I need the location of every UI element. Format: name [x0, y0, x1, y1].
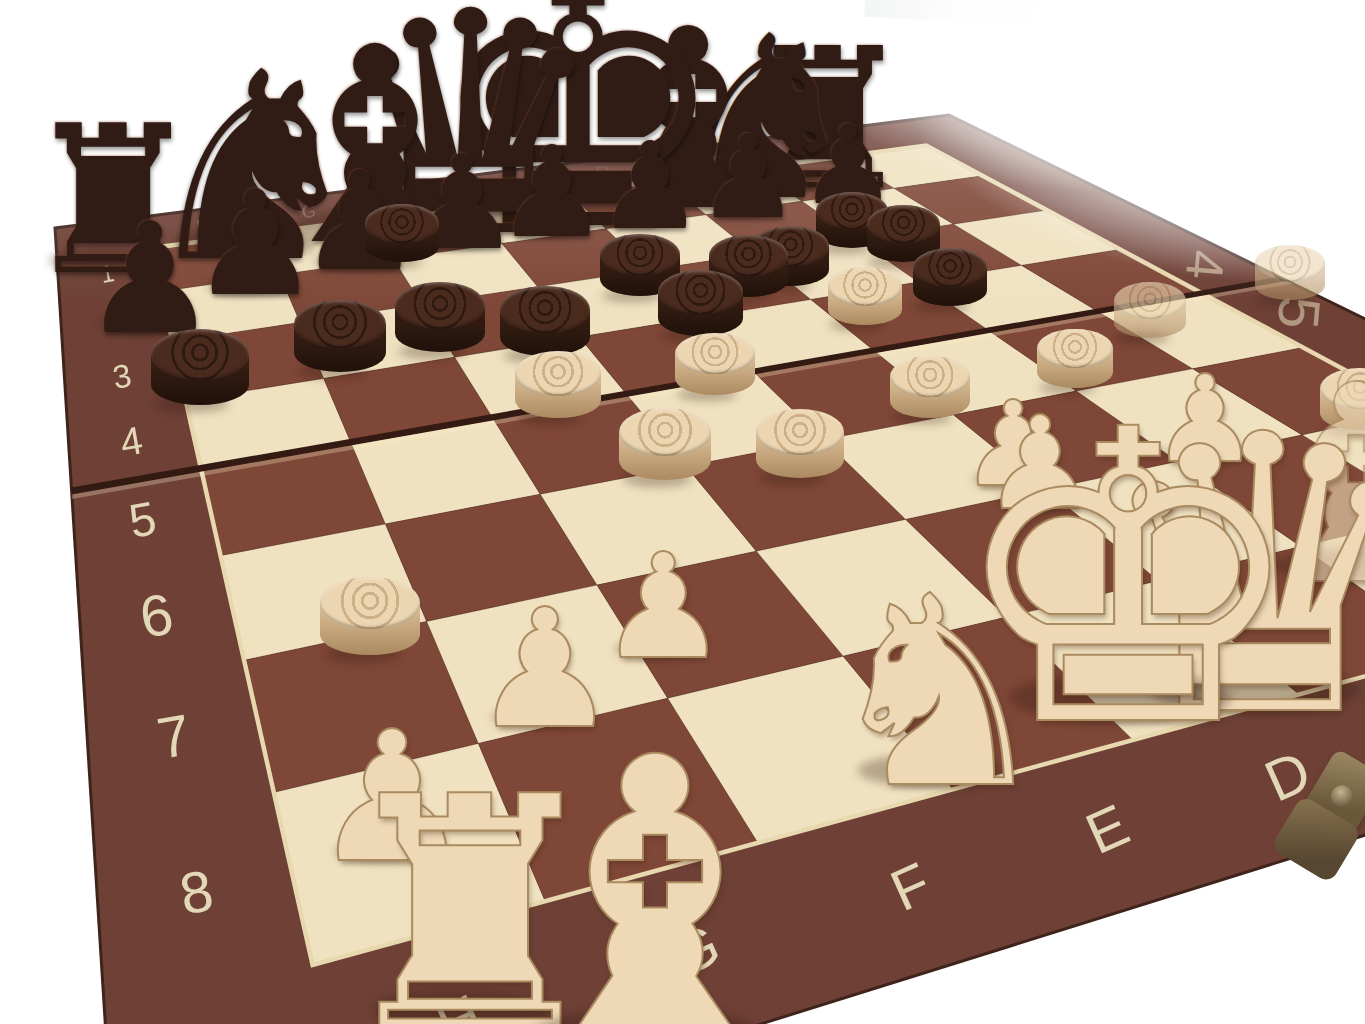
piece-dark-checker[interactable] [365, 204, 439, 262]
piece-dark-checker[interactable] [294, 300, 386, 372]
piece-dark-checker[interactable] [151, 329, 249, 405]
checker-top [320, 577, 420, 629]
knight-glyph: ♞ [820, 562, 1056, 825]
piece-dark-checker[interactable] [500, 286, 590, 356]
checker-top [658, 270, 743, 314]
checker-top [675, 333, 755, 375]
piece-light-checker[interactable] [320, 577, 420, 655]
piece-dark-checker[interactable] [913, 248, 987, 306]
checker-top [619, 408, 711, 456]
piece-dark-checker[interactable] [395, 282, 485, 352]
checker-top [913, 248, 987, 286]
checker-top [756, 409, 844, 455]
piece-light-checker[interactable] [515, 351, 601, 418]
checker-top [1255, 245, 1325, 281]
checker-top [151, 329, 249, 380]
pawn-glyph: ♟ [596, 126, 704, 247]
piece-dark-checker[interactable] [658, 270, 743, 336]
piece-light-checker[interactable] [619, 408, 711, 480]
checker-top [1114, 282, 1186, 319]
checker-top [365, 204, 439, 242]
checker-top [515, 351, 601, 396]
piece-light-checker[interactable] [1255, 245, 1325, 300]
photo-scene: Chess and draughts (checkers) combinatio… [0, 0, 1365, 1024]
checker-top [395, 282, 485, 329]
checker-top [867, 205, 940, 243]
pawn-glyph: ♟ [696, 120, 799, 235]
checker-top [500, 286, 590, 333]
piece-light-checker[interactable] [828, 267, 902, 325]
piece-light-checker[interactable] [675, 333, 755, 395]
checker-top [294, 300, 386, 348]
pieces-layer: ♜♞♝♟♚♟♛♟♝♟♟♞♜♟♟♟♟♟♟♝♟♛♚♟♞♟♜♝ [0, 0, 1365, 1024]
piece-light-checker[interactable] [1114, 282, 1186, 338]
bishop-glyph: ♝ [468, 705, 843, 1024]
piece-light-checker[interactable] [756, 409, 844, 478]
checker-top [828, 267, 902, 305]
